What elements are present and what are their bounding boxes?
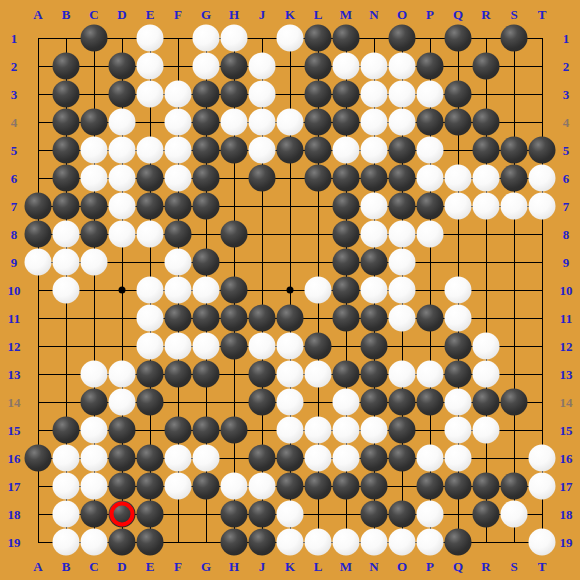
white-stone-K18 (277, 501, 304, 528)
coord-top: P (426, 8, 434, 21)
black-stone-M1 (333, 25, 360, 52)
black-stone-B2 (53, 53, 80, 80)
coord-top: D (117, 8, 126, 21)
white-stone-K13 (277, 361, 304, 388)
black-stone-G15 (193, 417, 220, 444)
coord-top: A (33, 8, 42, 21)
coord-right: 4 (563, 116, 570, 129)
coord-top: J (259, 8, 266, 21)
black-stone-P4 (417, 109, 444, 136)
black-stone-Q17 (445, 473, 472, 500)
white-stone-L19 (305, 529, 332, 556)
white-stone-H1 (221, 25, 248, 52)
white-stone-K4 (277, 109, 304, 136)
white-stone-T17 (529, 473, 556, 500)
coord-left: 15 (8, 424, 21, 437)
white-stone-E12 (137, 333, 164, 360)
coord-left: 4 (11, 116, 18, 129)
black-stone-E16 (137, 445, 164, 472)
white-stone-P6 (417, 165, 444, 192)
white-stone-C19 (81, 529, 108, 556)
coord-left: 7 (11, 200, 18, 213)
black-stone-L1 (305, 25, 332, 52)
white-stone-F4 (165, 109, 192, 136)
coord-bottom: F (174, 560, 182, 573)
black-stone-L5 (305, 137, 332, 164)
black-stone-S1 (501, 25, 528, 52)
white-stone-Q15 (445, 417, 472, 444)
white-stone-K12 (277, 333, 304, 360)
white-stone-H17 (221, 473, 248, 500)
white-stone-G1 (193, 25, 220, 52)
black-stone-K5 (277, 137, 304, 164)
coord-right: 8 (563, 228, 570, 241)
black-stone-Q12 (445, 333, 472, 360)
white-stone-R13 (473, 361, 500, 388)
coord-left: 12 (8, 340, 21, 353)
coord-left: 1 (11, 32, 18, 45)
coord-left: 14 (8, 396, 21, 409)
coord-bottom: E (146, 560, 155, 573)
white-stone-L13 (305, 361, 332, 388)
black-stone-K17 (277, 473, 304, 500)
black-stone-N16 (361, 445, 388, 472)
black-stone-G9 (193, 249, 220, 276)
black-stone-R14 (473, 389, 500, 416)
black-stone-O6 (389, 165, 416, 192)
coord-left: 16 (8, 452, 21, 465)
coord-top: C (89, 8, 98, 21)
coord-right: 16 (560, 452, 573, 465)
black-stone-R18 (473, 501, 500, 528)
white-stone-J2 (249, 53, 276, 80)
white-stone-E2 (137, 53, 164, 80)
black-stone-J16 (249, 445, 276, 472)
black-stone-M10 (333, 277, 360, 304)
white-stone-C17 (81, 473, 108, 500)
white-stone-F16 (165, 445, 192, 472)
black-stone-G13 (193, 361, 220, 388)
black-stone-O16 (389, 445, 416, 472)
black-stone-G7 (193, 193, 220, 220)
white-stone-P8 (417, 221, 444, 248)
white-stone-F3 (165, 81, 192, 108)
coord-left: 9 (11, 256, 18, 269)
white-stone-C9 (81, 249, 108, 276)
goban[interactable]: AABBCCDDEEFFGGHHJJKKLLMMNNOOPPQQRRSSTT11… (0, 0, 580, 580)
black-stone-A8 (25, 221, 52, 248)
white-stone-J3 (249, 81, 276, 108)
black-stone-O5 (389, 137, 416, 164)
coord-left: 19 (8, 536, 21, 549)
black-stone-F11 (165, 305, 192, 332)
black-stone-J13 (249, 361, 276, 388)
black-stone-S5 (501, 137, 528, 164)
white-stone-D14 (109, 389, 136, 416)
white-stone-F12 (165, 333, 192, 360)
black-stone-E19 (137, 529, 164, 556)
coord-right: 6 (563, 172, 570, 185)
coord-right: 7 (563, 200, 570, 213)
white-stone-B19 (53, 529, 80, 556)
white-stone-K15 (277, 417, 304, 444)
white-stone-B17 (53, 473, 80, 500)
coord-bottom: P (426, 560, 434, 573)
white-stone-Q7 (445, 193, 472, 220)
coord-right: 18 (560, 508, 573, 521)
black-stone-K11 (277, 305, 304, 332)
coord-bottom: K (285, 560, 295, 573)
coord-left: 11 (8, 312, 20, 325)
coord-bottom: T (538, 560, 547, 573)
white-stone-G16 (193, 445, 220, 472)
black-stone-O7 (389, 193, 416, 220)
white-stone-D4 (109, 109, 136, 136)
coord-top: K (285, 8, 295, 21)
white-stone-M16 (333, 445, 360, 472)
white-stone-Q11 (445, 305, 472, 332)
black-stone-L17 (305, 473, 332, 500)
black-stone-F8 (165, 221, 192, 248)
black-stone-M3 (333, 81, 360, 108)
black-stone-L4 (305, 109, 332, 136)
black-stone-H11 (221, 305, 248, 332)
black-stone-A16 (25, 445, 52, 472)
black-stone-L3 (305, 81, 332, 108)
white-stone-B18 (53, 501, 80, 528)
black-stone-H8 (221, 221, 248, 248)
star-point (119, 287, 126, 294)
star-point (287, 287, 294, 294)
black-stone-N9 (361, 249, 388, 276)
white-stone-N10 (361, 277, 388, 304)
black-stone-C7 (81, 193, 108, 220)
black-stone-F7 (165, 193, 192, 220)
black-stone-R2 (473, 53, 500, 80)
coord-top: M (340, 8, 352, 21)
black-stone-H10 (221, 277, 248, 304)
white-stone-T19 (529, 529, 556, 556)
black-stone-L6 (305, 165, 332, 192)
black-stone-E6 (137, 165, 164, 192)
white-stone-D7 (109, 193, 136, 220)
coord-right: 3 (563, 88, 570, 101)
white-stone-M19 (333, 529, 360, 556)
white-stone-A9 (25, 249, 52, 276)
black-stone-D16 (109, 445, 136, 472)
white-stone-N2 (361, 53, 388, 80)
black-stone-J19 (249, 529, 276, 556)
white-stone-F17 (165, 473, 192, 500)
white-stone-B16 (53, 445, 80, 472)
coord-top: F (174, 8, 182, 21)
white-stone-T7 (529, 193, 556, 220)
black-stone-N13 (361, 361, 388, 388)
black-stone-H3 (221, 81, 248, 108)
white-stone-L16 (305, 445, 332, 472)
black-stone-H2 (221, 53, 248, 80)
white-stone-Q14 (445, 389, 472, 416)
coord-bottom: R (481, 560, 490, 573)
black-stone-O15 (389, 417, 416, 444)
white-stone-G2 (193, 53, 220, 80)
white-stone-D6 (109, 165, 136, 192)
coord-bottom: M (340, 560, 352, 573)
black-stone-G6 (193, 165, 220, 192)
white-stone-E5 (137, 137, 164, 164)
black-stone-C18 (81, 501, 108, 528)
coord-right: 2 (563, 60, 570, 73)
coord-left: 3 (11, 88, 18, 101)
coord-bottom: B (62, 560, 71, 573)
white-stone-O2 (389, 53, 416, 80)
coord-bottom: N (369, 560, 378, 573)
black-stone-F15 (165, 417, 192, 444)
black-stone-O1 (389, 25, 416, 52)
white-stone-O13 (389, 361, 416, 388)
white-stone-N3 (361, 81, 388, 108)
coord-left: 13 (8, 368, 21, 381)
black-stone-H19 (221, 529, 248, 556)
white-stone-J5 (249, 137, 276, 164)
black-stone-G5 (193, 137, 220, 164)
white-stone-O19 (389, 529, 416, 556)
white-stone-G10 (193, 277, 220, 304)
black-stone-L2 (305, 53, 332, 80)
coord-right: 15 (560, 424, 573, 437)
black-stone-B5 (53, 137, 80, 164)
black-stone-E18 (137, 501, 164, 528)
black-stone-Q19 (445, 529, 472, 556)
white-stone-G12 (193, 333, 220, 360)
coord-left: 2 (11, 60, 18, 73)
white-stone-C15 (81, 417, 108, 444)
black-stone-H12 (221, 333, 248, 360)
white-stone-N15 (361, 417, 388, 444)
coord-right: 11 (560, 312, 572, 325)
black-stone-M6 (333, 165, 360, 192)
coord-right: 17 (560, 480, 573, 493)
black-stone-P2 (417, 53, 444, 80)
white-stone-O3 (389, 81, 416, 108)
black-stone-L12 (305, 333, 332, 360)
coord-bottom: O (397, 560, 407, 573)
black-stone-C14 (81, 389, 108, 416)
coord-left: 10 (8, 284, 21, 297)
black-stone-N18 (361, 501, 388, 528)
coord-right: 19 (560, 536, 573, 549)
white-stone-E11 (137, 305, 164, 332)
black-stone-D2 (109, 53, 136, 80)
white-stone-O8 (389, 221, 416, 248)
white-stone-E3 (137, 81, 164, 108)
black-stone-N14 (361, 389, 388, 416)
black-stone-R4 (473, 109, 500, 136)
white-stone-D13 (109, 361, 136, 388)
white-stone-E1 (137, 25, 164, 52)
white-stone-N5 (361, 137, 388, 164)
white-stone-N19 (361, 529, 388, 556)
white-stone-H4 (221, 109, 248, 136)
white-stone-S18 (501, 501, 528, 528)
black-stone-Q1 (445, 25, 472, 52)
black-stone-J14 (249, 389, 276, 416)
black-stone-H5 (221, 137, 248, 164)
black-stone-B4 (53, 109, 80, 136)
coord-top: L (314, 8, 323, 21)
last-move-marker (110, 502, 135, 527)
coord-bottom: H (229, 560, 239, 573)
black-stone-B7 (53, 193, 80, 220)
white-stone-B8 (53, 221, 80, 248)
black-stone-B6 (53, 165, 80, 192)
coord-bottom: A (33, 560, 42, 573)
white-stone-K1 (277, 25, 304, 52)
coord-left: 8 (11, 228, 18, 241)
black-stone-M8 (333, 221, 360, 248)
black-stone-N12 (361, 333, 388, 360)
black-stone-D17 (109, 473, 136, 500)
white-stone-K19 (277, 529, 304, 556)
black-stone-C4 (81, 109, 108, 136)
black-stone-M11 (333, 305, 360, 332)
black-stone-M13 (333, 361, 360, 388)
white-stone-L10 (305, 277, 332, 304)
white-stone-M2 (333, 53, 360, 80)
white-stone-N4 (361, 109, 388, 136)
white-stone-N7 (361, 193, 388, 220)
white-stone-M14 (333, 389, 360, 416)
black-stone-F13 (165, 361, 192, 388)
black-stone-E13 (137, 361, 164, 388)
black-stone-O14 (389, 389, 416, 416)
coord-right: 5 (563, 144, 570, 157)
coord-top: T (538, 8, 547, 21)
black-stone-J18 (249, 501, 276, 528)
black-stone-K16 (277, 445, 304, 472)
white-stone-J4 (249, 109, 276, 136)
coord-right: 13 (560, 368, 573, 381)
white-stone-E10 (137, 277, 164, 304)
white-stone-C16 (81, 445, 108, 472)
black-stone-B3 (53, 81, 80, 108)
white-stone-B9 (53, 249, 80, 276)
white-stone-F6 (165, 165, 192, 192)
white-stone-M15 (333, 417, 360, 444)
white-stone-O11 (389, 305, 416, 332)
white-stone-J17 (249, 473, 276, 500)
black-stone-E7 (137, 193, 164, 220)
coord-left: 5 (11, 144, 18, 157)
black-stone-R17 (473, 473, 500, 500)
coord-top: N (369, 8, 378, 21)
black-stone-M4 (333, 109, 360, 136)
white-stone-C13 (81, 361, 108, 388)
black-stone-A7 (25, 193, 52, 220)
grid-vline (514, 38, 515, 543)
black-stone-Q4 (445, 109, 472, 136)
white-stone-R6 (473, 165, 500, 192)
white-stone-Q6 (445, 165, 472, 192)
black-stone-B15 (53, 417, 80, 444)
white-stone-O4 (389, 109, 416, 136)
white-stone-Q16 (445, 445, 472, 472)
white-stone-R15 (473, 417, 500, 444)
black-stone-C1 (81, 25, 108, 52)
white-stone-P5 (417, 137, 444, 164)
coord-right: 10 (560, 284, 573, 297)
black-stone-G17 (193, 473, 220, 500)
coord-top: S (510, 8, 517, 21)
coord-bottom: D (117, 560, 126, 573)
black-stone-G3 (193, 81, 220, 108)
white-stone-M5 (333, 137, 360, 164)
coord-bottom: G (201, 560, 211, 573)
white-stone-P18 (417, 501, 444, 528)
black-stone-D15 (109, 417, 136, 444)
black-stone-N6 (361, 165, 388, 192)
black-stone-C8 (81, 221, 108, 248)
black-stone-P14 (417, 389, 444, 416)
coord-bottom: Q (453, 560, 463, 573)
black-stone-G11 (193, 305, 220, 332)
white-stone-T6 (529, 165, 556, 192)
black-stone-D3 (109, 81, 136, 108)
coord-top: Q (453, 8, 463, 21)
black-stone-E17 (137, 473, 164, 500)
white-stone-P19 (417, 529, 444, 556)
white-stone-F10 (165, 277, 192, 304)
white-stone-F5 (165, 137, 192, 164)
black-stone-M17 (333, 473, 360, 500)
black-stone-E14 (137, 389, 164, 416)
coord-top: O (397, 8, 407, 21)
coord-bottom: L (314, 560, 323, 573)
black-stone-J11 (249, 305, 276, 332)
white-stone-D5 (109, 137, 136, 164)
black-stone-P7 (417, 193, 444, 220)
black-stone-Q13 (445, 361, 472, 388)
black-stone-H15 (221, 417, 248, 444)
coord-top: G (201, 8, 211, 21)
white-stone-D8 (109, 221, 136, 248)
coord-right: 14 (560, 396, 573, 409)
black-stone-M9 (333, 249, 360, 276)
white-stone-B10 (53, 277, 80, 304)
coord-top: H (229, 8, 239, 21)
white-stone-K14 (277, 389, 304, 416)
black-stone-Q3 (445, 81, 472, 108)
white-stone-L15 (305, 417, 332, 444)
white-stone-O10 (389, 277, 416, 304)
white-stone-J12 (249, 333, 276, 360)
black-stone-H18 (221, 501, 248, 528)
coord-right: 1 (563, 32, 570, 45)
white-stone-Q10 (445, 277, 472, 304)
coord-left: 17 (8, 480, 21, 493)
white-stone-N8 (361, 221, 388, 248)
black-stone-P11 (417, 305, 444, 332)
black-stone-M7 (333, 193, 360, 220)
white-stone-C5 (81, 137, 108, 164)
coord-top: E (146, 8, 155, 21)
black-stone-R5 (473, 137, 500, 164)
white-stone-P13 (417, 361, 444, 388)
coord-left: 6 (11, 172, 18, 185)
white-stone-C6 (81, 165, 108, 192)
white-stone-F9 (165, 249, 192, 276)
white-stone-O9 (389, 249, 416, 276)
